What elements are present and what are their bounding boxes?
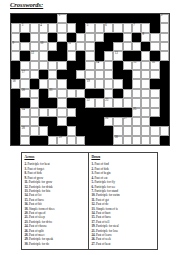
black-cell <box>76 79 85 88</box>
white-cell[interactable] <box>20 42 29 51</box>
white-cell[interactable] <box>104 70 113 79</box>
black-cell <box>123 79 132 88</box>
white-cell[interactable]: 25 <box>132 108 141 117</box>
clue-number: 15 <box>133 61 136 64</box>
black-cell <box>30 79 39 88</box>
white-cell[interactable] <box>104 51 113 60</box>
white-cell[interactable]: 26 <box>104 117 113 126</box>
black-cell <box>113 33 122 42</box>
white-cell[interactable] <box>150 33 159 42</box>
black-cell <box>11 117 20 126</box>
black-cell <box>20 33 29 42</box>
black-cell <box>48 117 57 126</box>
white-cell[interactable]: 2 <box>160 14 169 23</box>
black-cell <box>123 70 132 79</box>
across-header: Across <box>24 155 86 160</box>
across-clues-list: 2. Participle for beat3. Past of forget8… <box>24 162 86 246</box>
white-cell[interactable] <box>30 98 39 107</box>
black-cell <box>160 108 169 117</box>
white-cell[interactable] <box>113 117 122 126</box>
white-cell[interactable]: 24 <box>20 108 29 117</box>
white-cell[interactable] <box>150 126 159 135</box>
white-cell[interactable] <box>132 70 141 79</box>
black-cell <box>113 89 122 98</box>
clue-number: 22 <box>87 99 90 102</box>
white-cell[interactable] <box>57 79 66 88</box>
white-cell[interactable] <box>39 108 48 117</box>
clue-number: 1 <box>59 14 61 17</box>
black-cell <box>95 126 104 135</box>
black-cell <box>95 117 104 126</box>
black-cell <box>48 33 57 42</box>
white-cell[interactable]: 30 <box>113 136 122 145</box>
black-cell <box>123 14 132 23</box>
white-cell[interactable]: 20 <box>20 89 29 98</box>
black-cell <box>11 136 20 145</box>
white-cell[interactable] <box>141 70 150 79</box>
white-cell[interactable] <box>76 42 85 51</box>
white-cell[interactable] <box>30 126 39 135</box>
crossword-grid: 1234567891011121314151617181920212223242… <box>10 13 170 146</box>
white-cell[interactable] <box>150 98 159 107</box>
white-cell[interactable] <box>85 33 94 42</box>
clue-number: 26 <box>105 117 108 120</box>
white-cell[interactable] <box>95 98 104 107</box>
clue-number: 16 <box>152 61 155 64</box>
white-cell[interactable] <box>48 70 57 79</box>
white-cell[interactable]: 29 <box>57 136 66 145</box>
white-cell[interactable] <box>48 42 57 51</box>
black-cell <box>150 79 159 88</box>
white-cell[interactable] <box>95 33 104 42</box>
black-cell <box>20 51 29 60</box>
black-cell <box>39 117 48 126</box>
white-cell[interactable] <box>57 89 66 98</box>
white-cell[interactable] <box>57 108 66 117</box>
clue-number: 23 <box>105 99 108 102</box>
black-cell <box>104 42 113 51</box>
white-cell[interactable] <box>160 126 169 135</box>
black-cell <box>57 70 66 79</box>
white-cell[interactable]: 22 <box>85 98 94 107</box>
white-cell[interactable] <box>67 126 76 135</box>
black-cell <box>11 98 20 107</box>
clue-item: 30. Participle for do <box>24 242 86 246</box>
clue-number: 27 <box>124 117 127 120</box>
white-cell[interactable] <box>141 117 150 126</box>
white-cell[interactable] <box>160 23 169 32</box>
white-cell[interactable] <box>57 23 66 32</box>
white-cell[interactable] <box>48 136 57 145</box>
white-cell[interactable] <box>160 51 169 60</box>
black-cell <box>57 51 66 60</box>
white-cell[interactable]: 4 <box>39 23 48 32</box>
across-clues-column: Across 2. Participle for beat3. Past of … <box>22 153 89 249</box>
black-cell <box>104 136 113 145</box>
black-cell <box>30 136 39 145</box>
black-cell <box>67 70 76 79</box>
black-cell <box>85 89 94 98</box>
clue-number: 17 <box>22 71 25 74</box>
white-cell[interactable] <box>67 51 76 60</box>
white-cell[interactable]: 19 <box>85 79 94 88</box>
white-cell[interactable] <box>160 33 169 42</box>
white-cell[interactable] <box>160 42 169 51</box>
white-cell[interactable]: 6 <box>104 23 113 32</box>
white-cell[interactable] <box>30 61 39 70</box>
white-cell[interactable] <box>132 89 141 98</box>
white-cell[interactable] <box>150 70 159 79</box>
white-cell[interactable] <box>30 33 39 42</box>
white-cell[interactable] <box>20 61 29 70</box>
white-cell[interactable] <box>150 42 159 51</box>
black-cell <box>104 33 113 42</box>
white-cell[interactable] <box>11 51 20 60</box>
black-cell <box>76 14 85 23</box>
worksheet-page: Crosswords: 1234567891011121314151617181… <box>0 0 180 255</box>
white-cell[interactable]: 27 <box>123 117 132 126</box>
white-cell[interactable] <box>30 89 39 98</box>
clue-number: 7 <box>133 24 135 27</box>
black-cell <box>20 14 29 23</box>
black-cell <box>48 126 57 135</box>
white-cell[interactable] <box>113 98 122 107</box>
black-cell <box>160 117 169 126</box>
black-cell <box>67 79 76 88</box>
clue-number: 29 <box>59 136 62 139</box>
black-cell <box>95 108 104 117</box>
white-cell[interactable] <box>30 108 39 117</box>
white-cell[interactable]: 11 <box>67 42 76 51</box>
clue-number: 4 <box>40 24 42 27</box>
clue-number: 19 <box>87 80 90 83</box>
white-cell[interactable] <box>76 70 85 79</box>
white-cell[interactable] <box>57 117 66 126</box>
black-cell <box>85 126 94 135</box>
black-cell <box>160 136 169 145</box>
white-cell[interactable] <box>132 126 141 135</box>
black-cell <box>11 108 20 117</box>
black-cell <box>76 23 85 32</box>
black-cell <box>160 70 169 79</box>
clue-number: 10 <box>40 42 43 45</box>
white-cell[interactable]: 13 <box>113 51 122 60</box>
white-cell[interactable] <box>39 51 48 60</box>
white-cell[interactable] <box>57 61 66 70</box>
white-cell[interactable] <box>67 108 76 117</box>
white-cell[interactable]: 10 <box>39 42 48 51</box>
black-cell <box>11 61 20 70</box>
white-cell[interactable] <box>95 79 104 88</box>
white-cell[interactable] <box>85 42 94 51</box>
white-cell[interactable] <box>123 23 132 32</box>
white-cell[interactable] <box>132 42 141 51</box>
black-cell <box>39 70 48 79</box>
black-cell <box>123 51 132 60</box>
black-cell <box>141 42 150 51</box>
black-cell <box>113 108 122 117</box>
white-cell[interactable] <box>104 89 113 98</box>
white-cell[interactable] <box>39 79 48 88</box>
white-cell[interactable] <box>141 79 150 88</box>
white-cell[interactable] <box>150 108 159 117</box>
clue-number: 18 <box>12 80 15 83</box>
clues-panel: Across 2. Participle for beat3. Past of … <box>21 152 158 250</box>
clue-number: 5 <box>87 24 89 27</box>
black-cell <box>132 14 141 23</box>
white-cell[interactable] <box>123 42 132 51</box>
black-cell <box>150 23 159 32</box>
black-cell <box>76 126 85 135</box>
white-cell[interactable] <box>123 126 132 135</box>
white-cell[interactable]: 5 <box>85 23 94 32</box>
clue-number: 24 <box>22 108 25 111</box>
white-cell[interactable]: 28 <box>20 126 29 135</box>
white-cell[interactable] <box>76 136 85 145</box>
black-cell <box>113 61 122 70</box>
white-cell[interactable] <box>67 89 76 98</box>
clue-number: 20 <box>22 89 25 92</box>
black-cell <box>11 126 20 135</box>
black-cell <box>76 61 85 70</box>
black-cell <box>85 136 94 145</box>
white-cell[interactable]: 9 <box>11 42 20 51</box>
white-cell[interactable]: 1 <box>57 14 66 23</box>
white-cell[interactable] <box>141 61 150 70</box>
white-cell[interactable] <box>123 98 132 107</box>
black-cell <box>39 136 48 145</box>
clue-number: 12 <box>31 52 34 55</box>
white-cell[interactable] <box>30 23 39 32</box>
black-cell <box>95 136 104 145</box>
white-cell[interactable] <box>113 23 122 32</box>
white-cell[interactable] <box>104 61 113 70</box>
white-cell[interactable] <box>57 98 66 107</box>
black-cell <box>132 33 141 42</box>
black-cell <box>57 42 66 51</box>
black-cell <box>104 126 113 135</box>
black-cell <box>67 61 76 70</box>
black-cell <box>141 14 150 23</box>
clue-number: 2 <box>161 14 163 17</box>
black-cell <box>95 14 104 23</box>
white-cell[interactable] <box>132 117 141 126</box>
white-cell[interactable] <box>104 79 113 88</box>
page-title: Crosswords: <box>10 1 43 8</box>
black-cell <box>39 98 48 107</box>
white-cell[interactable] <box>67 136 76 145</box>
clue-number: 25 <box>133 108 136 111</box>
white-cell[interactable]: 12 <box>30 51 39 60</box>
white-cell[interactable]: 16 <box>150 61 159 70</box>
white-cell[interactable] <box>95 23 104 32</box>
black-cell <box>85 108 94 117</box>
white-cell[interactable] <box>132 136 141 145</box>
white-cell[interactable] <box>85 61 94 70</box>
black-cell <box>67 117 76 126</box>
white-cell[interactable] <box>30 70 39 79</box>
black-cell <box>48 14 57 23</box>
white-cell[interactable]: 8 <box>141 33 150 42</box>
white-cell[interactable] <box>11 23 20 32</box>
black-cell <box>150 14 159 23</box>
black-cell <box>76 117 85 126</box>
clue-number: 6 <box>105 24 107 27</box>
black-cell <box>95 89 104 98</box>
white-cell[interactable]: 14 <box>95 61 104 70</box>
white-cell[interactable] <box>123 136 132 145</box>
white-cell[interactable]: 15 <box>132 61 141 70</box>
black-cell <box>67 98 76 107</box>
clue-number: 3 <box>22 24 24 27</box>
clue-number: 8 <box>143 33 145 36</box>
white-cell[interactable] <box>20 136 29 145</box>
white-cell[interactable] <box>123 61 132 70</box>
black-cell <box>39 89 48 98</box>
white-cell[interactable] <box>141 98 150 107</box>
white-cell[interactable] <box>141 51 150 60</box>
clue-number: 14 <box>96 61 99 64</box>
clue-number: 28 <box>22 127 25 130</box>
black-cell <box>85 117 94 126</box>
white-cell[interactable]: 7 <box>132 23 141 32</box>
black-cell <box>67 14 76 23</box>
black-cell <box>76 108 85 117</box>
black-cell <box>160 98 169 107</box>
clue-number: 13 <box>115 52 118 55</box>
white-cell[interactable] <box>150 136 159 145</box>
white-cell[interactable] <box>123 89 132 98</box>
white-cell[interactable] <box>95 70 104 79</box>
white-cell[interactable] <box>150 89 159 98</box>
white-cell[interactable] <box>85 51 94 60</box>
black-cell <box>39 14 48 23</box>
white-cell[interactable] <box>48 23 57 32</box>
black-cell <box>160 89 169 98</box>
white-cell[interactable] <box>39 61 48 70</box>
down-header: Down <box>91 155 155 160</box>
black-cell <box>113 14 122 23</box>
white-cell[interactable] <box>132 79 141 88</box>
white-cell[interactable] <box>141 136 150 145</box>
black-cell <box>76 98 85 107</box>
white-cell[interactable] <box>113 79 122 88</box>
down-clues-list: 1. Past of find2. Past of hide3. Past of… <box>91 162 155 246</box>
black-cell <box>11 89 20 98</box>
black-cell <box>104 14 113 23</box>
white-cell[interactable]: 21 <box>48 89 57 98</box>
white-cell[interactable] <box>141 108 150 117</box>
white-cell[interactable]: 23 <box>104 98 113 107</box>
black-cell <box>30 14 39 23</box>
white-cell[interactable] <box>76 89 85 98</box>
black-cell <box>76 51 85 60</box>
black-cell <box>113 70 122 79</box>
black-cell <box>48 51 57 60</box>
white-cell[interactable]: 18 <box>11 79 20 88</box>
white-cell[interactable]: 17 <box>20 70 29 79</box>
white-cell[interactable] <box>141 89 150 98</box>
black-cell <box>11 14 20 23</box>
clue-item: 27. Past of beat <box>91 242 155 246</box>
white-cell[interactable] <box>39 126 48 135</box>
white-cell[interactable] <box>123 33 132 42</box>
white-cell[interactable] <box>76 33 85 42</box>
clue-number: 11 <box>68 42 71 45</box>
clue-number: 9 <box>12 42 14 45</box>
white-cell[interactable] <box>48 61 57 70</box>
white-cell[interactable] <box>67 23 76 32</box>
black-cell <box>85 14 94 23</box>
black-cell <box>160 61 169 70</box>
white-cell[interactable]: 3 <box>20 23 29 32</box>
white-cell[interactable] <box>141 126 150 135</box>
white-cell[interactable] <box>48 108 57 117</box>
white-cell[interactable] <box>20 117 29 126</box>
black-cell <box>160 79 169 88</box>
clue-number: 21 <box>50 89 53 92</box>
white-cell[interactable] <box>57 33 66 42</box>
down-clues-column: Down 1. Past of find2. Past of hide3. Pa… <box>89 153 157 249</box>
black-cell <box>150 117 159 126</box>
black-cell <box>95 42 104 51</box>
white-cell[interactable] <box>30 117 39 126</box>
black-cell <box>48 98 57 107</box>
clue-number: 30 <box>115 136 118 139</box>
